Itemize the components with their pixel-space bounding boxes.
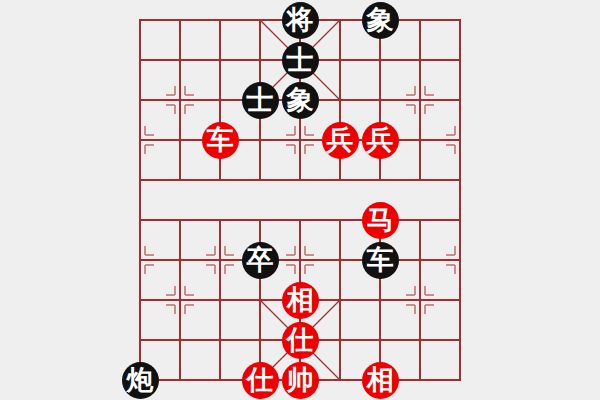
red-elephant[interactable]: 相 bbox=[282, 282, 319, 319]
red-advisor[interactable]: 仕 bbox=[282, 322, 319, 359]
red-soldier[interactable]: 兵 bbox=[362, 122, 399, 159]
board-intersections[interactable]: 将象士士象车兵兵马卒车相仕炮仕帅相 bbox=[120, 0, 480, 400]
black-general[interactable]: 将 bbox=[282, 2, 319, 39]
black-chariot[interactable]: 车 bbox=[362, 242, 399, 279]
xiangqi-board: 将象士士象车兵兵马卒车相仕炮仕帅相 bbox=[0, 0, 600, 400]
red-soldier[interactable]: 兵 bbox=[322, 122, 359, 159]
black-elephant[interactable]: 象 bbox=[362, 2, 399, 39]
red-chariot[interactable]: 车 bbox=[202, 122, 239, 159]
red-elephant[interactable]: 相 bbox=[362, 362, 399, 399]
red-king[interactable]: 帅 bbox=[282, 362, 319, 399]
black-soldier[interactable]: 卒 bbox=[242, 242, 279, 279]
red-horse[interactable]: 马 bbox=[362, 202, 399, 239]
black-advisor[interactable]: 士 bbox=[282, 42, 319, 79]
black-elephant[interactable]: 象 bbox=[282, 82, 319, 119]
black-advisor[interactable]: 士 bbox=[242, 82, 279, 119]
red-advisor[interactable]: 仕 bbox=[242, 362, 279, 399]
black-cannon[interactable]: 炮 bbox=[122, 362, 159, 399]
